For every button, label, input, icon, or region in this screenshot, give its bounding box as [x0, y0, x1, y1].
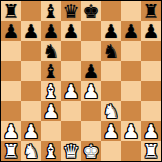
piece-white-pawn: ♟	[42, 101, 59, 121]
piece-white-pawn: ♟	[82, 81, 99, 101]
square-d3[interactable]	[61, 101, 81, 121]
square-g1[interactable]	[121, 141, 141, 161]
square-c8[interactable]: ♝	[41, 1, 61, 21]
square-f7[interactable]: ♟	[101, 21, 121, 41]
square-b4[interactable]	[21, 81, 41, 101]
square-h2[interactable]: ♟	[141, 121, 161, 141]
square-c3[interactable]: ♟	[41, 101, 61, 121]
piece-black-pawn: ♟	[62, 21, 79, 41]
square-a3[interactable]	[1, 101, 21, 121]
square-d6[interactable]	[61, 41, 81, 61]
piece-black-knight: ♞	[102, 41, 119, 61]
piece-black-bishop: ♝	[42, 1, 59, 21]
piece-black-bishop: ♝	[42, 61, 59, 81]
square-a7[interactable]: ♟	[1, 21, 21, 41]
square-g7[interactable]: ♟	[121, 21, 141, 41]
square-a6[interactable]	[1, 41, 21, 61]
piece-black-pawn: ♟	[102, 21, 119, 41]
piece-white-pawn: ♟	[102, 121, 119, 141]
square-a1[interactable]: ♜	[1, 141, 21, 161]
square-e7[interactable]	[81, 21, 101, 41]
square-d7[interactable]: ♟	[61, 21, 81, 41]
square-b1[interactable]: ♞	[21, 141, 41, 161]
piece-white-knight: ♞	[22, 141, 39, 161]
square-h8[interactable]: ♜	[141, 1, 161, 21]
square-e4[interactable]: ♟	[81, 81, 101, 101]
square-c4[interactable]: ♝	[41, 81, 61, 101]
square-b6[interactable]	[21, 41, 41, 61]
piece-black-pawn: ♟	[22, 21, 39, 41]
piece-white-rook: ♜	[142, 141, 159, 161]
chess-board: ♜♝♛♚♜♟♟♟♟♟♟♟♞♞♝♟♝♟♟♟♞♟♟♟♟♟♜♞♝♛♚♜	[0, 0, 162, 162]
piece-black-pawn: ♟	[122, 21, 139, 41]
piece-black-pawn: ♟	[2, 21, 19, 41]
square-c7[interactable]: ♟	[41, 21, 61, 41]
piece-white-pawn: ♟	[122, 121, 139, 141]
square-d5[interactable]	[61, 61, 81, 81]
square-f5[interactable]	[101, 61, 121, 81]
square-a5[interactable]	[1, 61, 21, 81]
piece-black-rook: ♜	[2, 1, 19, 21]
piece-black-pawn: ♟	[42, 21, 59, 41]
square-g2[interactable]: ♟	[121, 121, 141, 141]
square-e3[interactable]	[81, 101, 101, 121]
square-e6[interactable]	[81, 41, 101, 61]
square-d4[interactable]: ♟	[61, 81, 81, 101]
square-f4[interactable]	[101, 81, 121, 101]
square-c6[interactable]: ♞	[41, 41, 61, 61]
square-a2[interactable]: ♟	[1, 121, 21, 141]
square-h4[interactable]	[141, 81, 161, 101]
square-h3[interactable]	[141, 101, 161, 121]
piece-black-pawn: ♟	[142, 21, 159, 41]
piece-white-pawn: ♟	[142, 121, 159, 141]
piece-white-bishop: ♝	[42, 81, 59, 101]
square-c5[interactable]: ♝	[41, 61, 61, 81]
square-g6[interactable]	[121, 41, 141, 61]
square-c2[interactable]	[41, 121, 61, 141]
piece-black-king: ♚	[82, 1, 99, 21]
square-e1[interactable]: ♚	[81, 141, 101, 161]
square-h5[interactable]	[141, 61, 161, 81]
square-g8[interactable]	[121, 1, 141, 21]
square-d2[interactable]	[61, 121, 81, 141]
square-b8[interactable]	[21, 1, 41, 21]
piece-white-king: ♚	[82, 141, 99, 161]
square-e8[interactable]: ♚	[81, 1, 101, 21]
square-h7[interactable]: ♟	[141, 21, 161, 41]
square-g5[interactable]	[121, 61, 141, 81]
square-f8[interactable]	[101, 1, 121, 21]
piece-white-knight: ♞	[102, 101, 119, 121]
piece-white-queen: ♛	[62, 141, 79, 161]
piece-black-queen: ♛	[62, 1, 79, 21]
square-h1[interactable]: ♜	[141, 141, 161, 161]
square-g3[interactable]	[121, 101, 141, 121]
square-b3[interactable]	[21, 101, 41, 121]
piece-white-pawn: ♟	[2, 121, 19, 141]
piece-black-pawn: ♟	[82, 61, 99, 81]
square-f3[interactable]: ♞	[101, 101, 121, 121]
square-g4[interactable]	[121, 81, 141, 101]
square-e2[interactable]	[81, 121, 101, 141]
piece-black-rook: ♜	[142, 1, 159, 21]
square-e5[interactable]: ♟	[81, 61, 101, 81]
square-f1[interactable]	[101, 141, 121, 161]
square-b7[interactable]: ♟	[21, 21, 41, 41]
piece-white-bishop: ♝	[42, 141, 59, 161]
square-a8[interactable]: ♜	[1, 1, 21, 21]
square-f6[interactable]: ♞	[101, 41, 121, 61]
square-h6[interactable]	[141, 41, 161, 61]
square-d1[interactable]: ♛	[61, 141, 81, 161]
piece-white-pawn: ♟	[62, 81, 79, 101]
square-b5[interactable]	[21, 61, 41, 81]
square-a4[interactable]	[1, 81, 21, 101]
square-b2[interactable]: ♟	[21, 121, 41, 141]
square-d8[interactable]: ♛	[61, 1, 81, 21]
piece-white-pawn: ♟	[22, 121, 39, 141]
piece-white-rook: ♜	[2, 141, 19, 161]
piece-black-knight: ♞	[42, 41, 59, 61]
square-f2[interactable]: ♟	[101, 121, 121, 141]
square-c1[interactable]: ♝	[41, 141, 61, 161]
